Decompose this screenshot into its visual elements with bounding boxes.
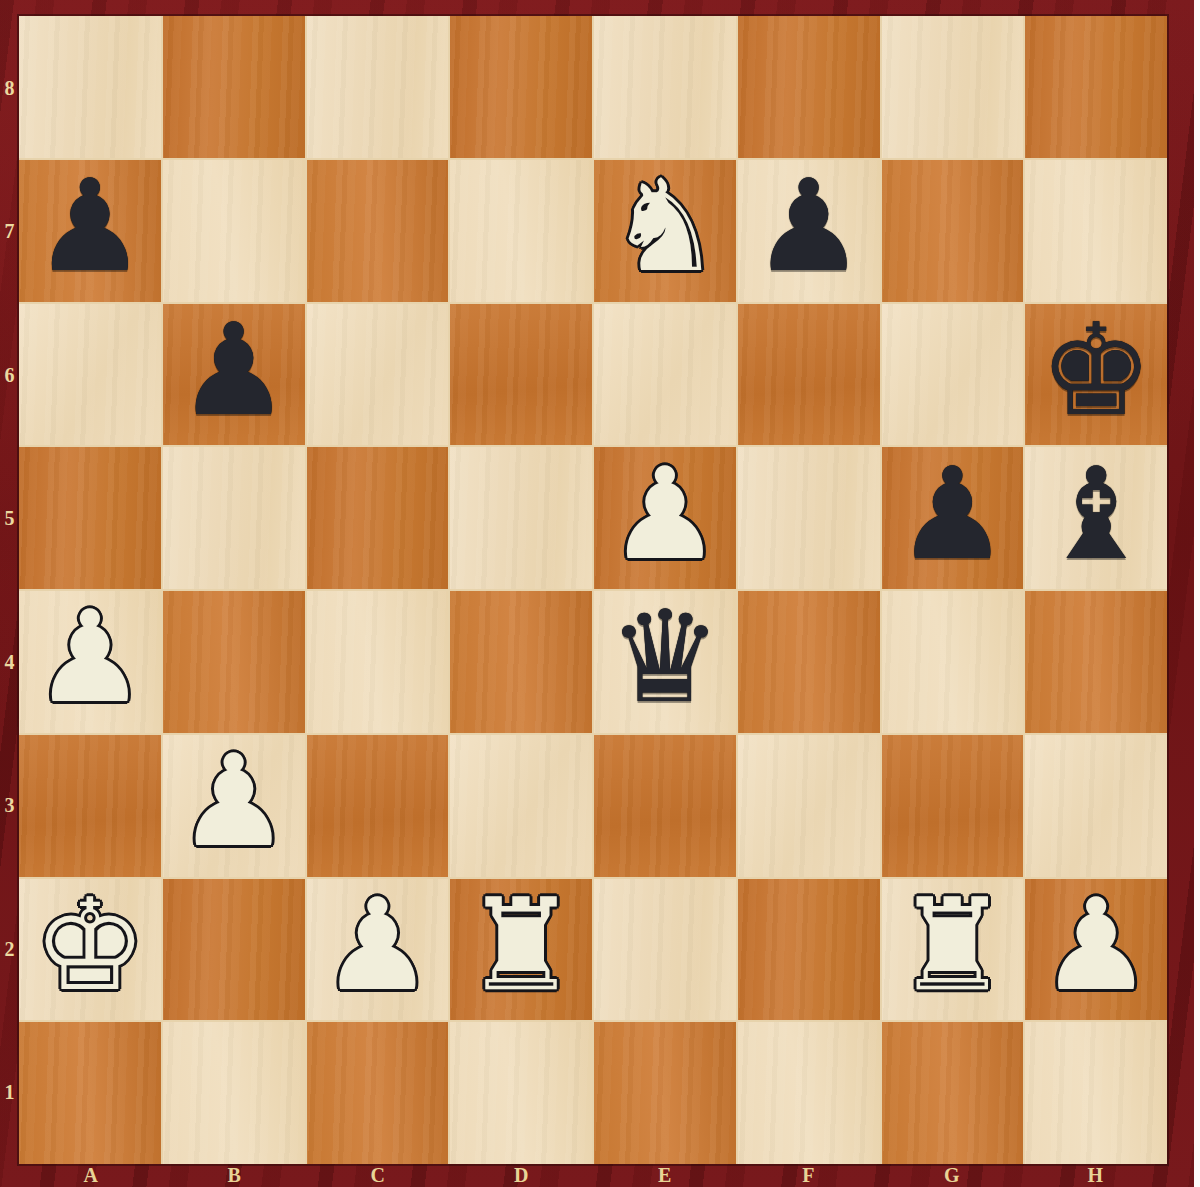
square-e4[interactable]: ♛: [594, 591, 736, 733]
square-h6[interactable]: ♚: [1025, 304, 1167, 446]
square-h2[interactable]: ♟: [1025, 879, 1167, 1021]
square-d2[interactable]: ♜: [450, 879, 592, 1021]
square-f3[interactable]: [738, 735, 880, 877]
black-pawn[interactable]: ♟: [33, 163, 147, 290]
black-pawn[interactable]: ♟: [752, 163, 866, 290]
square-g2[interactable]: ♜: [882, 879, 1024, 1021]
square-g8[interactable]: [882, 16, 1024, 158]
black-pawn[interactable]: ♟: [895, 451, 1009, 578]
square-b3[interactable]: ♟: [163, 735, 305, 877]
square-e7[interactable]: ♞: [594, 160, 736, 302]
square-d3[interactable]: [450, 735, 592, 877]
file-label-b: B: [228, 1164, 241, 1187]
square-g1[interactable]: [882, 1022, 1024, 1164]
square-b2[interactable]: [163, 879, 305, 1021]
square-a1[interactable]: [19, 1022, 161, 1164]
square-g3[interactable]: [882, 735, 1024, 877]
rank-label-7: 7: [0, 220, 19, 243]
white-pawn[interactable]: ♟: [33, 594, 147, 721]
square-b7[interactable]: [163, 160, 305, 302]
rank-label-2: 2: [0, 937, 19, 960]
file-label-h: H: [1087, 1164, 1103, 1187]
square-h8[interactable]: [1025, 16, 1167, 158]
square-d5[interactable]: [450, 447, 592, 589]
square-h7[interactable]: [1025, 160, 1167, 302]
square-f5[interactable]: [738, 447, 880, 589]
right-edge-strip: [1194, 0, 1200, 1187]
white-pawn[interactable]: ♟: [1039, 882, 1153, 1009]
rank-label-3: 3: [0, 794, 19, 817]
square-d6[interactable]: [450, 304, 592, 446]
rank-label-5: 5: [0, 507, 19, 530]
square-e5[interactable]: ♟: [594, 447, 736, 589]
square-c4[interactable]: [307, 591, 449, 733]
square-f4[interactable]: [738, 591, 880, 733]
square-b6[interactable]: ♟: [163, 304, 305, 446]
square-e8[interactable]: [594, 16, 736, 158]
white-pawn[interactable]: ♟: [320, 882, 434, 1009]
square-c2[interactable]: ♟: [307, 879, 449, 1021]
square-d8[interactable]: [450, 16, 592, 158]
file-label-e: E: [658, 1164, 671, 1187]
square-f6[interactable]: [738, 304, 880, 446]
black-pawn[interactable]: ♟: [177, 307, 291, 434]
rank-label-8: 8: [0, 76, 19, 99]
rank-label-6: 6: [0, 363, 19, 386]
square-d4[interactable]: [450, 591, 592, 733]
square-c1[interactable]: [307, 1022, 449, 1164]
file-label-f: F: [802, 1164, 814, 1187]
white-pawn[interactable]: ♟: [608, 451, 722, 578]
square-f7[interactable]: ♟: [738, 160, 880, 302]
square-a4[interactable]: ♟: [19, 591, 161, 733]
square-d7[interactable]: [450, 160, 592, 302]
square-a8[interactable]: [19, 16, 161, 158]
square-e1[interactable]: [594, 1022, 736, 1164]
square-b1[interactable]: [163, 1022, 305, 1164]
white-pawn[interactable]: ♟: [177, 738, 291, 865]
black-king[interactable]: ♚: [1039, 307, 1153, 434]
square-c7[interactable]: [307, 160, 449, 302]
square-f2[interactable]: [738, 879, 880, 1021]
square-b4[interactable]: [163, 591, 305, 733]
square-h3[interactable]: [1025, 735, 1167, 877]
rank-label-4: 4: [0, 650, 19, 673]
square-c3[interactable]: [307, 735, 449, 877]
black-queen[interactable]: ♛: [608, 594, 722, 721]
square-h5[interactable]: ♝: [1025, 447, 1167, 589]
board-frame: ♟♞♟♟♚♟♟♝♟♛♟♚♟♜♜♟ 87654321 ABCDEFGH: [0, 0, 1194, 1187]
square-b8[interactable]: [163, 16, 305, 158]
square-a6[interactable]: [19, 304, 161, 446]
square-f8[interactable]: [738, 16, 880, 158]
square-h1[interactable]: [1025, 1022, 1167, 1164]
file-label-a: A: [84, 1164, 98, 1187]
square-a3[interactable]: [19, 735, 161, 877]
file-label-d: D: [514, 1164, 528, 1187]
square-c5[interactable]: [307, 447, 449, 589]
file-label-c: C: [371, 1164, 385, 1187]
square-f1[interactable]: [738, 1022, 880, 1164]
square-g4[interactable]: [882, 591, 1024, 733]
square-g7[interactable]: [882, 160, 1024, 302]
square-d1[interactable]: [450, 1022, 592, 1164]
white-king[interactable]: ♚: [33, 882, 147, 1009]
square-e2[interactable]: [594, 879, 736, 1021]
square-h4[interactable]: [1025, 591, 1167, 733]
black-bishop[interactable]: ♝: [1039, 451, 1153, 578]
rank-label-1: 1: [0, 1081, 19, 1104]
white-knight[interactable]: ♞: [608, 163, 722, 290]
square-g6[interactable]: [882, 304, 1024, 446]
square-b5[interactable]: [163, 447, 305, 589]
chess-board: ♟♞♟♟♚♟♟♝♟♛♟♚♟♜♜♟: [19, 16, 1167, 1164]
square-a7[interactable]: ♟: [19, 160, 161, 302]
square-c6[interactable]: [307, 304, 449, 446]
white-rook[interactable]: ♜: [464, 882, 578, 1009]
square-c8[interactable]: [307, 16, 449, 158]
white-rook[interactable]: ♜: [895, 882, 1009, 1009]
file-label-g: G: [944, 1164, 960, 1187]
square-e6[interactable]: [594, 304, 736, 446]
square-a5[interactable]: [19, 447, 161, 589]
square-a2[interactable]: ♚: [19, 879, 161, 1021]
square-e3[interactable]: [594, 735, 736, 877]
square-g5[interactable]: ♟: [882, 447, 1024, 589]
